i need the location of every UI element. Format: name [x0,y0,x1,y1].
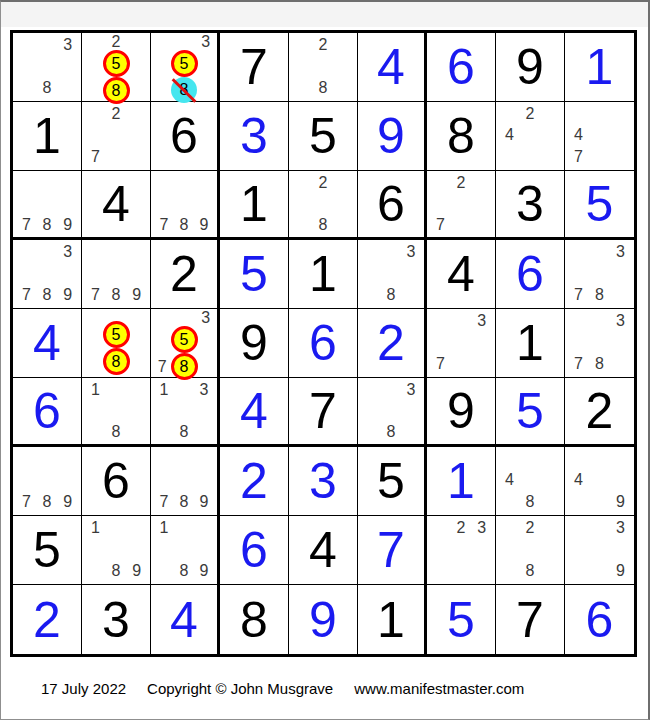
candidate-highlighted-yellow: 5 [171,326,198,353]
cell-r3c3[interactable]: 789 [151,171,220,240]
given-digit: 7 [309,386,337,436]
cell-r7c5[interactable]: 3 [289,447,358,516]
pencil-marks: 38 [361,241,421,306]
cell-r4c2[interactable]: 789 [82,240,151,309]
given-digit: 6 [377,179,405,229]
candidate: 7 [430,353,451,375]
app-window: 3825835872846911276359824477894789128627… [0,0,650,720]
solved-digit: 4 [33,318,61,368]
cell-r9c5[interactable]: 9 [289,585,358,654]
candidate: 7 [568,284,589,306]
pencil-marks: 24 [499,103,561,168]
cell-r5c2[interactable]: 58 [82,309,151,378]
given-digit: 5 [309,111,337,161]
pencil-marks: 3578 [154,310,214,375]
cell-r7c2[interactable]: 6 [82,447,151,516]
pencil-marks: 3789 [16,241,78,306]
candidate: 8 [381,284,401,306]
cell-r9c4[interactable]: 8 [220,585,289,654]
solved-digit: 6 [33,386,61,436]
solved-digit: 6 [447,42,475,92]
candidate: 9 [194,491,214,513]
candidate: 3 [194,379,214,400]
cell-r2c9[interactable]: 47 [565,102,634,171]
given-digit: 6 [102,456,130,506]
cell-r6c1[interactable]: 6 [13,378,82,447]
cell-r2c1[interactable]: 1 [13,102,82,171]
cell-r1c3[interactable]: 358 [151,33,220,102]
candidate-highlighted-yellow: 5 [171,50,198,77]
candidate: 3 [198,310,215,326]
given-digit: 2 [586,386,614,436]
given-digit: 2 [170,249,198,299]
footer-date: 17 July 2022 [41,680,126,697]
pencil-marks: 27 [430,172,492,235]
candidate: 8 [520,491,541,513]
cell-r4c1[interactable]: 3789 [13,240,82,309]
cell-r3c7[interactable]: 27 [427,171,496,240]
candidate: 2 [520,517,541,539]
candidate: 8 [106,421,127,442]
candidate: 3 [57,241,78,263]
candidate: 4 [568,125,589,147]
cell-r8c3[interactable]: 189 [151,516,220,585]
given-digit: 9 [516,42,544,92]
pencil-marks: 23 [430,517,492,582]
cell-r3c5[interactable]: 28 [289,171,358,240]
candidate: 8 [37,214,58,235]
cell-r8c1[interactable]: 5 [13,516,82,585]
given-digit: 1 [377,595,405,645]
candidate: 7 [568,353,589,375]
cell-r9c9[interactable]: 6 [565,585,634,654]
cell-r6c8[interactable]: 5 [496,378,565,447]
candidate: 3 [57,34,78,56]
pencil-marks: 28 [292,34,354,99]
candidate: 2 [451,517,472,539]
pencil-marks: 28 [499,517,561,582]
pencil-marks: 789 [85,241,147,306]
cell-r7c7[interactable]: 1 [427,447,496,516]
cell-r2c4[interactable]: 3 [220,102,289,171]
pencil-marks: 189 [154,517,214,582]
solved-digit: 6 [516,249,544,299]
cell-r7c6[interactable]: 5 [358,447,427,516]
candidate: 9 [126,560,147,582]
cell-r8c7[interactable]: 23 [427,516,496,585]
cell-r3c9[interactable]: 5 [565,171,634,240]
candidate: 8 [106,284,127,306]
given-digit: 4 [102,179,130,229]
candidate-eliminated-cyan: 8 [171,77,197,103]
pencil-marks: 28 [292,172,354,235]
cell-r5c9[interactable]: 378 [565,309,634,378]
cell-r1c5[interactable]: 28 [289,33,358,102]
cell-r6c4[interactable]: 4 [220,378,289,447]
pencil-marks: 358 [154,34,214,99]
pencil-marks: 47 [568,103,631,168]
cell-r9c2[interactable]: 3 [82,585,151,654]
solved-digit: 2 [33,595,61,645]
cell-r5c7[interactable]: 37 [427,309,496,378]
solved-digit: 7 [377,525,405,575]
candidate: 1 [154,379,174,400]
candidate: 8 [520,560,541,582]
candidate: 8 [174,560,194,582]
cell-r5c5[interactable]: 6 [289,309,358,378]
candidate: 9 [126,284,147,306]
candidate: 2 [106,103,127,125]
given-digit: 7 [240,42,268,92]
solved-digit: 1 [586,42,614,92]
cell-r2c6[interactable]: 9 [358,102,427,171]
cell-r8c2[interactable]: 189 [82,516,151,585]
cell-r1c1[interactable]: 38 [13,33,82,102]
cell-r6c3[interactable]: 138 [151,378,220,447]
given-digit: 3 [516,179,544,229]
candidate-highlighted-yellow: 8 [103,77,130,104]
cell-r9c1[interactable]: 2 [13,585,82,654]
cell-r4c3[interactable]: 2 [151,240,220,309]
given-digit: 7 [516,595,544,645]
cell-r8c5[interactable]: 4 [289,516,358,585]
solved-digit: 4 [240,386,268,436]
solved-digit: 4 [170,595,198,645]
candidate: 9 [57,491,78,513]
candidate: 3 [610,517,631,539]
candidate: 2 [313,172,334,193]
candidate: 7 [154,491,174,513]
cell-r4c6[interactable]: 38 [358,240,427,309]
footer-copyright: Copyright © John Musgrave [147,680,333,697]
candidate: 4 [499,470,520,492]
candidate: 7 [154,214,174,235]
cell-r4c4[interactable]: 5 [220,240,289,309]
pencil-marks: 48 [499,448,561,513]
pencil-marks: 378 [568,241,631,306]
cell-r7c3[interactable]: 789 [151,447,220,516]
solved-digit: 2 [240,456,268,506]
candidate-highlighted-yellow: 5 [103,50,130,77]
cell-r9c8[interactable]: 7 [496,585,565,654]
candidate: 9 [57,214,78,235]
cell-r5c1[interactable]: 4 [13,309,82,378]
pencil-marks: 789 [154,172,214,235]
cell-r1c4[interactable]: 7 [220,33,289,102]
candidate: 4 [499,125,520,147]
cell-r4c8[interactable]: 6 [496,240,565,309]
pencil-marks: 18 [85,379,147,442]
cell-r8c6[interactable]: 7 [358,516,427,585]
solved-digit: 4 [377,42,405,92]
candidate: 8 [589,353,610,375]
cell-r5c6[interactable]: 2 [358,309,427,378]
cell-r7c4[interactable]: 2 [220,447,289,516]
pencil-marks: 39 [568,517,631,582]
cell-r3c4[interactable]: 1 [220,171,289,240]
solved-digit: 3 [309,456,337,506]
cell-r8c8[interactable]: 28 [496,516,565,585]
cell-r6c6[interactable]: 38 [358,378,427,447]
candidate: 3 [610,310,631,332]
candidate: 3 [401,379,421,400]
cell-r7c8[interactable]: 48 [496,447,565,516]
cell-r1c7[interactable]: 6 [427,33,496,102]
cell-r1c2[interactable]: 258 [82,33,151,102]
candidate-highlighted-yellow: 5 [103,321,130,348]
cell-r5c8[interactable]: 1 [496,309,565,378]
candidate: 8 [174,421,194,442]
solved-digit: 9 [377,111,405,161]
candidate: 1 [85,517,106,539]
cell-r3c1[interactable]: 789 [13,171,82,240]
candidate: 8 [313,214,334,235]
cell-r9c6[interactable]: 1 [358,585,427,654]
cell-r2c2[interactable]: 27 [82,102,151,171]
pencil-marks: 49 [568,448,631,513]
candidate: 8 [313,77,334,99]
given-digit: 8 [240,595,268,645]
cell-r1c8[interactable]: 9 [496,33,565,102]
given-digit: 9 [240,318,268,368]
cell-r6c5[interactable]: 7 [289,378,358,447]
solved-digit: 9 [309,595,337,645]
cell-r5c4[interactable]: 9 [220,309,289,378]
cell-r7c1[interactable]: 789 [13,447,82,516]
cell-r3c8[interactable]: 3 [496,171,565,240]
given-digit: 5 [33,525,61,575]
candidate: 8 [589,284,610,306]
cell-r4c5[interactable]: 1 [289,240,358,309]
candidate: 8 [37,491,58,513]
candidate: 9 [610,491,631,513]
candidate: 7 [85,284,106,306]
solved-digit: 1 [447,456,475,506]
pencil-marks: 138 [154,379,214,442]
cell-r4c9[interactable]: 378 [565,240,634,309]
pencil-marks: 789 [16,172,78,235]
candidate: 2 [313,34,334,56]
cell-r2c3[interactable]: 6 [151,102,220,171]
given-digit: 9 [447,386,475,436]
pencil-marks: 27 [85,103,147,168]
candidate: 9 [194,560,214,582]
given-digit: 5 [377,456,405,506]
solved-digit: 3 [240,111,268,161]
cell-r2c8[interactable]: 24 [496,102,565,171]
given-digit: 4 [447,249,475,299]
given-digit: 4 [309,525,337,575]
candidate: 2 [451,172,472,193]
given-digit: 1 [33,111,61,161]
solved-digit: 2 [377,318,405,368]
cell-r6c7[interactable]: 9 [427,378,496,447]
candidate: 8 [174,214,194,235]
solved-digit: 5 [586,179,614,229]
footer-website: www.manifestmaster.com [354,680,524,697]
cell-r8c4[interactable]: 6 [220,516,289,585]
candidate: 7 [85,146,106,168]
candidate-highlighted-yellow: 8 [103,348,130,375]
pencil-marks: 189 [85,517,147,582]
candidate: 3 [610,241,631,263]
cell-r2c5[interactable]: 5 [289,102,358,171]
pencil-marks: 37 [430,310,492,375]
candidate: 7 [430,214,451,235]
given-digit: 3 [102,595,130,645]
candidate: 3 [401,241,421,263]
cell-r9c7[interactable]: 5 [427,585,496,654]
solved-digit: 5 [240,249,268,299]
cell-r1c9[interactable]: 1 [565,33,634,102]
solved-digit: 5 [516,386,544,436]
candidate: 8 [106,560,127,582]
cell-r3c2[interactable]: 4 [82,171,151,240]
solved-digit: 5 [447,595,475,645]
pencil-marks: 789 [154,448,214,513]
candidate: 8 [174,491,194,513]
sudoku-board: 3825835872846911276359824477894789128627… [10,30,637,657]
given-digit: 1 [240,179,268,229]
candidate: 2 [103,34,130,50]
candidate: 9 [194,214,214,235]
given-digit: 1 [309,249,337,299]
candidate: 9 [610,560,631,582]
candidate: 8 [37,77,58,99]
candidate: 3 [198,34,215,50]
solved-digit: 6 [240,525,268,575]
candidate: 1 [85,379,106,400]
candidate: 8 [381,421,401,442]
candidate: 7 [16,284,37,306]
candidate: 7 [16,214,37,235]
cell-r6c9[interactable]: 2 [565,378,634,447]
pencil-marks: 38 [16,34,78,99]
candidate: 7 [568,146,589,168]
cell-r9c3[interactable]: 4 [151,585,220,654]
cell-r5c3[interactable]: 3578 [151,309,220,378]
cell-r3c6[interactable]: 6 [358,171,427,240]
candidate: 9 [57,284,78,306]
candidate: 8 [37,284,58,306]
pencil-marks: 789 [16,448,78,513]
cell-r1c6[interactable]: 4 [358,33,427,102]
candidate: 4 [568,470,589,492]
pencil-marks: 258 [85,34,147,99]
pencil-marks: 58 [85,310,147,375]
pencil-marks: 378 [568,310,631,375]
given-digit: 6 [170,111,198,161]
given-digit: 1 [516,318,544,368]
window-chrome [1,2,648,27]
candidate: 3 [471,310,492,332]
cell-r7c9[interactable]: 49 [565,447,634,516]
solved-digit: 6 [586,595,614,645]
solved-digit: 6 [309,318,337,368]
candidate: 7 [154,353,171,380]
cell-r2c7[interactable]: 8 [427,102,496,171]
cell-r4c7[interactable]: 4 [427,240,496,309]
pencil-marks: 38 [361,379,421,442]
candidate: 2 [520,103,541,125]
candidate-highlighted-yellow: 8 [171,353,198,380]
candidate: 7 [16,491,37,513]
given-digit: 8 [447,111,475,161]
cell-r6c2[interactable]: 18 [82,378,151,447]
cell-r8c9[interactable]: 39 [565,516,634,585]
candidate: 1 [154,517,174,539]
candidate: 3 [471,517,492,539]
footer: 17 July 2022 Copyright © John Musgrave w… [41,680,524,697]
